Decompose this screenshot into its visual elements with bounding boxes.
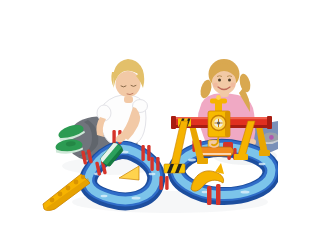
boy-face xyxy=(116,71,141,97)
crane-hazard-foot xyxy=(164,164,185,173)
product-photo xyxy=(40,16,278,240)
